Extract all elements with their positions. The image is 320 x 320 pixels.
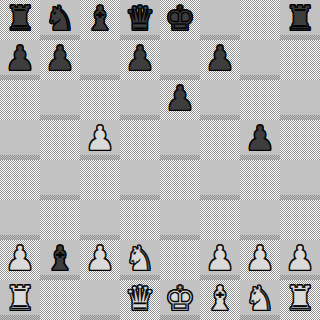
square-h2[interactable]: ♟ [280,240,320,280]
piece-white-rook[interactable]: ♜ [5,278,35,318]
square-h5[interactable] [280,120,320,160]
piece-white-pawn[interactable]: ♟ [85,238,115,278]
piece-black-pawn[interactable]: ♟ [125,38,155,78]
piece-black-pawn[interactable]: ♟ [205,38,235,78]
square-e6[interactable]: ♟ [160,80,200,120]
square-f6[interactable] [200,80,240,120]
square-d5[interactable] [120,120,160,160]
square-b6[interactable] [40,80,80,120]
square-b2[interactable]: ♝ [40,240,80,280]
chess-board: ♜♞♝♛♚♜♟♟♟♟♟♟♟♟♝♟♞♟♟♟♜♛♚♝♞♜ [0,0,320,320]
piece-black-rook[interactable]: ♜ [5,0,35,38]
square-c8[interactable]: ♝ [80,0,120,40]
square-e5[interactable] [160,120,200,160]
square-g6[interactable] [240,80,280,120]
piece-white-rook[interactable]: ♜ [285,278,315,318]
square-f8[interactable] [200,0,240,40]
piece-white-pawn[interactable]: ♟ [285,238,315,278]
square-f7[interactable]: ♟ [200,40,240,80]
square-b4[interactable] [40,160,80,200]
piece-black-knight[interactable]: ♞ [45,0,75,38]
square-d6[interactable] [120,80,160,120]
square-g4[interactable] [240,160,280,200]
piece-black-bishop[interactable]: ♝ [45,238,75,278]
square-d8[interactable]: ♛ [120,0,160,40]
square-c2[interactable]: ♟ [80,240,120,280]
square-d3[interactable] [120,200,160,240]
piece-white-knight[interactable]: ♞ [125,238,155,278]
square-f4[interactable] [200,160,240,200]
square-a4[interactable] [0,160,40,200]
square-c3[interactable] [80,200,120,240]
piece-white-knight[interactable]: ♞ [245,278,275,318]
square-f5[interactable] [200,120,240,160]
square-e3[interactable] [160,200,200,240]
square-h7[interactable] [280,40,320,80]
piece-black-bishop[interactable]: ♝ [85,0,115,38]
piece-white-pawn[interactable]: ♟ [245,238,275,278]
piece-white-pawn[interactable]: ♟ [5,238,35,278]
square-e4[interactable] [160,160,200,200]
square-a3[interactable] [0,200,40,240]
square-a1[interactable]: ♜ [0,280,40,320]
square-g8[interactable] [240,0,280,40]
square-g3[interactable] [240,200,280,240]
piece-black-rook[interactable]: ♜ [285,0,315,38]
square-c6[interactable] [80,80,120,120]
square-e2[interactable] [160,240,200,280]
piece-white-king[interactable]: ♚ [165,278,195,318]
square-a7[interactable]: ♟ [0,40,40,80]
piece-white-pawn[interactable]: ♟ [85,118,115,158]
piece-white-bishop[interactable]: ♝ [205,278,235,318]
square-a8[interactable]: ♜ [0,0,40,40]
square-d2[interactable]: ♞ [120,240,160,280]
square-b1[interactable] [40,280,80,320]
square-e1[interactable]: ♚ [160,280,200,320]
square-b8[interactable]: ♞ [40,0,80,40]
square-c7[interactable] [80,40,120,80]
square-g1[interactable]: ♞ [240,280,280,320]
piece-white-queen[interactable]: ♛ [125,278,155,318]
square-g7[interactable] [240,40,280,80]
square-b3[interactable] [40,200,80,240]
square-d7[interactable]: ♟ [120,40,160,80]
square-h3[interactable] [280,200,320,240]
square-d4[interactable] [120,160,160,200]
square-h8[interactable]: ♜ [280,0,320,40]
square-c4[interactable] [80,160,120,200]
square-c5[interactable]: ♟ [80,120,120,160]
square-h1[interactable]: ♜ [280,280,320,320]
square-f1[interactable]: ♝ [200,280,240,320]
piece-white-pawn[interactable]: ♟ [205,238,235,278]
square-g2[interactable]: ♟ [240,240,280,280]
square-b5[interactable] [40,120,80,160]
piece-black-pawn[interactable]: ♟ [165,78,195,118]
square-h4[interactable] [280,160,320,200]
square-a2[interactable]: ♟ [0,240,40,280]
piece-black-queen[interactable]: ♛ [125,0,155,38]
piece-black-king[interactable]: ♚ [165,0,195,38]
piece-black-pawn[interactable]: ♟ [5,38,35,78]
square-f2[interactable]: ♟ [200,240,240,280]
square-f3[interactable] [200,200,240,240]
square-e7[interactable] [160,40,200,80]
square-a5[interactable] [0,120,40,160]
square-b7[interactable]: ♟ [40,40,80,80]
square-d1[interactable]: ♛ [120,280,160,320]
square-c1[interactable] [80,280,120,320]
piece-black-pawn[interactable]: ♟ [245,118,275,158]
piece-black-pawn[interactable]: ♟ [45,38,75,78]
square-g5[interactable]: ♟ [240,120,280,160]
square-h6[interactable] [280,80,320,120]
square-a6[interactable] [0,80,40,120]
square-e8[interactable]: ♚ [160,0,200,40]
